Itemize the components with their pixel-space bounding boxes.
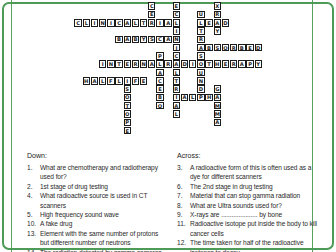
grid-cell[interactable]: R xyxy=(164,60,171,68)
grid-cell[interactable]: O xyxy=(222,44,229,52)
grid-cell[interactable]: E xyxy=(222,60,229,68)
grid-cell[interactable]: L xyxy=(83,19,90,27)
clue-item: 3.A radioactive form of this is often us… xyxy=(177,163,317,182)
grid-cell[interactable]: B xyxy=(132,36,139,44)
grid-cell[interactable]: N xyxy=(197,77,204,85)
grid-cell[interactable]: A xyxy=(91,77,98,85)
grid-cell[interactable]: P xyxy=(124,119,131,127)
grid-cell[interactable]: A xyxy=(181,94,188,102)
grid-cell[interactable]: I xyxy=(91,19,98,27)
grid-cell[interactable]: N xyxy=(140,60,147,68)
grid-cell[interactable]: S xyxy=(148,36,155,44)
grid-cell[interactable]: O xyxy=(124,110,131,118)
grid-cell[interactable]: E xyxy=(148,11,155,19)
grid-cell[interactable]: H xyxy=(83,77,90,85)
grid-cell[interactable]: Y xyxy=(255,60,262,68)
clue-text: Material that can stop gamma radiation xyxy=(190,191,317,200)
grid-cell[interactable]: M xyxy=(214,102,221,110)
clue-number: 3. xyxy=(177,163,190,182)
down-clue-list: 1.What are chemotherapy and radiotherapy… xyxy=(27,163,164,252)
grid-cell[interactable]: E xyxy=(156,85,163,93)
grid-cell[interactable]: B xyxy=(205,44,212,52)
clue-item: 11.Radioactive isotope put inside the bo… xyxy=(177,219,317,238)
grid-cell[interactable]: A xyxy=(164,19,171,27)
clue-item: 2.1st stage of drug testing xyxy=(27,182,164,191)
grid-cell[interactable]: S xyxy=(197,52,204,60)
grid-cell[interactable]: C xyxy=(148,2,155,10)
clue-text: What radioactive source is used in CT sc… xyxy=(40,191,164,210)
clue-item: 13.Element with the same number of proto… xyxy=(27,229,164,248)
grid-cell[interactable]: I xyxy=(156,19,163,27)
grid-cell[interactable]: L xyxy=(173,110,180,118)
grid-cell[interactable]: A xyxy=(173,102,180,110)
clue-item: 4.What radioactive source is used in CT … xyxy=(27,191,164,210)
clue-text: 1st stage of drug testing xyxy=(40,182,164,191)
grid-cell[interactable]: L xyxy=(115,77,122,85)
clue-item: 7.Material that can stop gamma radiation xyxy=(177,191,317,200)
clue-text: What are chemotherapy and radiotherapy u… xyxy=(40,163,164,182)
grid-cell[interactable]: D xyxy=(222,19,229,27)
grid-cell[interactable]: T xyxy=(124,102,131,110)
clue-text: Radioactive isotope put inside the body … xyxy=(190,219,317,238)
grid-cell[interactable]: C xyxy=(115,19,122,27)
grid-cell[interactable]: F xyxy=(107,77,114,85)
grid-cell[interactable]: A xyxy=(148,60,155,68)
grid-cell[interactable]: E xyxy=(124,127,131,135)
grid-cell[interactable]: C xyxy=(173,52,180,60)
grid-cell[interactable]: U xyxy=(197,69,204,77)
grid-cell[interactable]: R xyxy=(148,19,155,27)
down-heading: Down: xyxy=(27,151,164,161)
clue-item: 8.What are Ultra sounds used for? xyxy=(177,201,317,210)
grid-cell[interactable]: I xyxy=(124,77,131,85)
clue-item: 14.The radiation detected by gamma camer… xyxy=(27,248,164,252)
clue-number: 2. xyxy=(27,182,40,191)
clue-number: 7. xyxy=(177,191,190,200)
grid-cell[interactable]: A xyxy=(214,94,221,102)
grid-cell[interactable]: I xyxy=(99,60,106,68)
across-clue-list: 3.A radioactive form of this is often us… xyxy=(177,163,317,252)
crossword-grid: CEXECURCLINICALTRIALLEADITYBABYSCANRIABS… xyxy=(74,2,262,135)
grid-cell[interactable]: R xyxy=(214,11,221,19)
grid-cell[interactable]: I xyxy=(189,60,196,68)
grid-cell[interactable]: L xyxy=(156,60,163,68)
grid-cell[interactable]: P xyxy=(197,94,204,102)
grid-cell[interactable]: A xyxy=(197,44,204,52)
grid-cell[interactable]: R xyxy=(230,60,237,68)
grid-cell[interactable]: R xyxy=(173,85,180,93)
grid-cell[interactable]: E xyxy=(140,77,147,85)
across-heading: Across: xyxy=(177,151,317,161)
grid-cell[interactable]: T xyxy=(140,19,147,27)
clue-number: 13. xyxy=(27,229,40,248)
clue-number: 5. xyxy=(27,210,40,219)
grid-cell[interactable]: I xyxy=(173,94,180,102)
grid-cell[interactable]: R xyxy=(132,60,139,68)
grid-cell[interactable]: H xyxy=(205,94,212,102)
grid-cell[interactable]: T xyxy=(115,60,122,68)
clue-number: 10. xyxy=(27,219,40,228)
grid-cell[interactable]: U xyxy=(197,11,204,19)
grid-cell[interactable]: O xyxy=(124,94,131,102)
clue-text: The time taken for half of the radioacti… xyxy=(190,238,317,252)
grid-cell[interactable]: L xyxy=(197,19,204,27)
grid-cell[interactable]: C xyxy=(156,77,163,85)
grid-cell[interactable]: X xyxy=(214,2,221,10)
clue-item: 9.X-rays are ..................... by bo… xyxy=(177,210,317,219)
grid-cell[interactable]: D xyxy=(181,60,188,68)
grid-cell[interactable]: L xyxy=(173,69,180,77)
grid-cell[interactable]: P xyxy=(246,60,253,68)
grid-cell[interactable]: D xyxy=(197,85,204,93)
clue-item: 6.The 2nd stage in drug testing xyxy=(177,182,317,191)
clue-text: The 2nd stage in drug testing xyxy=(190,182,317,191)
clue-text: X-rays are ..................... by bone xyxy=(190,210,317,219)
clue-number: 14. xyxy=(27,248,40,252)
grid-cell[interactable]: C xyxy=(156,36,163,44)
grid-cell[interactable]: T xyxy=(197,27,204,35)
grid-cell[interactable]: R xyxy=(230,44,237,52)
grid-cell[interactable]: T xyxy=(205,60,212,68)
clue-item: 10.A fake drug xyxy=(27,219,164,228)
clue-section: Down: 1.What are chemotherapy and radiot… xyxy=(27,151,317,252)
grid-cell[interactable]: L xyxy=(173,19,180,27)
grid-cell[interactable]: Y xyxy=(214,27,221,35)
grid-cell[interactable]: N xyxy=(173,36,180,44)
grid-cell[interactable]: E xyxy=(124,60,131,68)
clue-number: 6. xyxy=(177,182,190,191)
clue-number: 8. xyxy=(177,201,190,210)
grid-cell[interactable]: I xyxy=(107,19,114,27)
grid-cell[interactable]: N xyxy=(107,60,114,68)
grid-cell[interactable]: S xyxy=(214,44,221,52)
grid-cell[interactable]: L xyxy=(132,19,139,27)
grid-cell[interactable]: B xyxy=(115,36,122,44)
clue-text: High frequency sound wave xyxy=(40,210,164,219)
clue-text: A fake drug xyxy=(40,219,164,228)
grid-cell[interactable]: S xyxy=(124,85,131,93)
grid-cell[interactable]: E xyxy=(173,2,180,10)
clue-text: Element with the same number of protons … xyxy=(40,229,164,248)
grid-cell[interactable]: L xyxy=(99,77,106,85)
grid-cell[interactable]: A xyxy=(238,60,245,68)
grid-cell[interactable]: C xyxy=(74,19,81,27)
grid-cell[interactable]: Y xyxy=(140,36,147,44)
grid-cell[interactable]: B xyxy=(238,44,245,52)
clue-text: What are Ultra sounds used for? xyxy=(190,201,317,210)
grid-cell[interactable]: A xyxy=(164,36,171,44)
worksheet-page: CEXECURCLINICALTRIALLEADITYBABYSCANRIABS… xyxy=(0,0,336,252)
grid-cell[interactable]: A xyxy=(124,19,131,27)
grid-cell[interactable]: A xyxy=(214,19,221,27)
grid-cell[interactable]: P xyxy=(156,52,163,60)
grid-cell[interactable]: B xyxy=(156,94,163,102)
grid-cell[interactable]: F xyxy=(132,77,139,85)
grid-cell[interactable]: O xyxy=(156,102,163,110)
clue-text: A radioactive form of this is often used… xyxy=(190,163,317,182)
clue-number: 9. xyxy=(177,210,190,219)
grid-cell[interactable]: H xyxy=(214,60,221,68)
across-clues: Across: 3.A radioactive form of this is … xyxy=(177,151,317,252)
grid-cell[interactable]: I xyxy=(173,44,180,52)
down-clues: Down: 1.What are chemotherapy and radiot… xyxy=(27,151,164,252)
grid-cell[interactable]: G xyxy=(214,85,221,93)
clue-number: 1. xyxy=(27,163,40,182)
grid-cell[interactable]: A xyxy=(156,69,163,77)
grid-cell[interactable]: O xyxy=(197,60,204,68)
grid-cell[interactable]: E xyxy=(246,44,253,52)
grid-cell[interactable]: D xyxy=(255,44,262,52)
clue-item: 1.What are chemotherapy and radiotherapy… xyxy=(27,163,164,182)
clue-number: 11. xyxy=(177,219,190,238)
clue-number: 12. xyxy=(177,238,190,252)
grid-cell[interactable]: A xyxy=(124,36,131,44)
grid-cell[interactable]: M xyxy=(214,110,221,118)
grid-cell[interactable]: R xyxy=(197,36,204,44)
clue-number: 4. xyxy=(27,191,40,210)
grid-cell[interactable]: N xyxy=(99,19,106,27)
grid-cell[interactable]: A xyxy=(214,119,221,127)
grid-cell[interactable]: E xyxy=(205,19,212,27)
grid-cell[interactable]: I xyxy=(173,27,180,35)
grid-cell[interactable]: A xyxy=(173,60,180,68)
clue-item: 12.The time taken for half of the radioa… xyxy=(177,238,317,252)
grid-cell[interactable]: T xyxy=(173,77,180,85)
clue-text: The radiation detected by gamma cameras xyxy=(40,248,164,252)
clue-item: 5.High frequency sound wave xyxy=(27,210,164,219)
grid-cell[interactable]: L xyxy=(189,94,196,102)
grid-cell[interactable]: C xyxy=(173,11,180,19)
